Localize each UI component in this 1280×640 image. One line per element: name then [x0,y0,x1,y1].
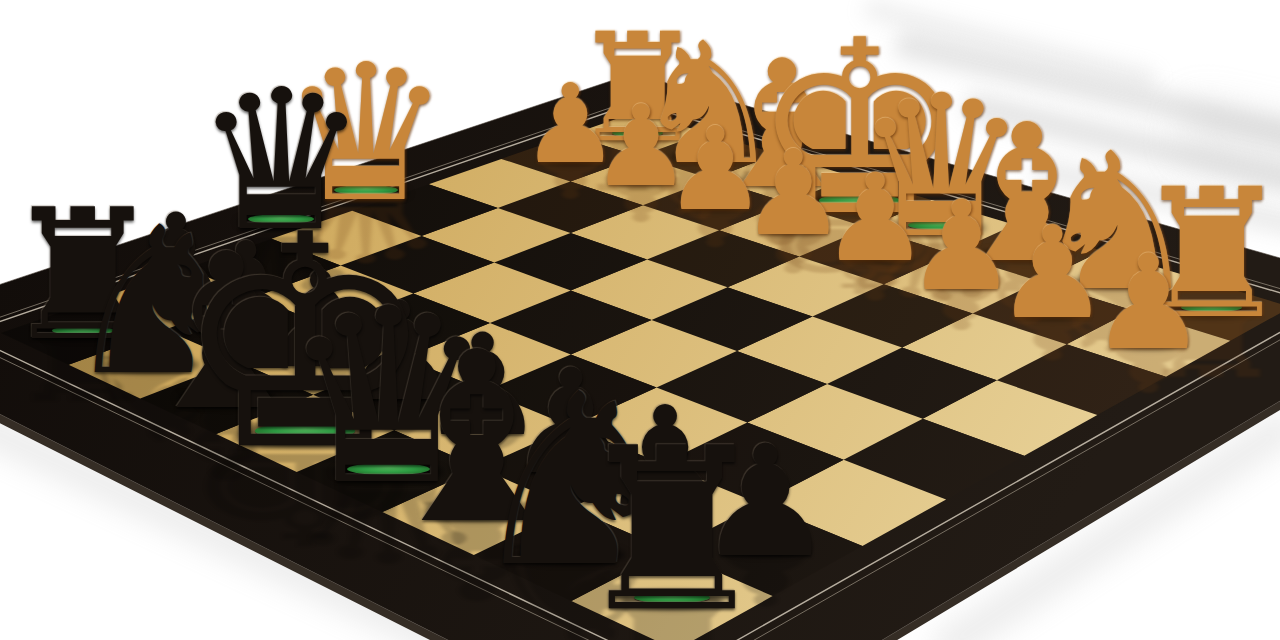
chess-set-photo: ♜♞♟♝♟♛♚♟♛♛♟♝♟♞♟♟♜♟♟♜♟♟♞♟♝♟♚♟♛♟♝♟♞♜ ♜♞♟♝♟… [0,0,1280,640]
chess-board [0,0,1280,640]
